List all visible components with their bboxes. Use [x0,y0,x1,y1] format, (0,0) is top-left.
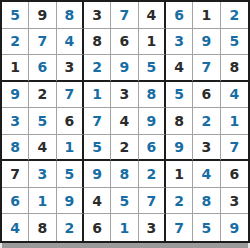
cell-r6c6[interactable]: 6 [139,135,166,162]
cell-r5c4[interactable]: 7 [84,108,111,135]
cell-r4c7[interactable]: 5 [166,82,193,109]
cell-r5c9[interactable]: 1 [221,108,248,135]
cell-r2c7[interactable]: 3 [166,29,193,56]
cell-r5c3[interactable]: 6 [57,108,84,135]
cell-r6c5[interactable]: 2 [111,135,138,162]
cell-r6c8[interactable]: 3 [193,135,220,162]
cell-r1c9[interactable]: 2 [221,2,248,29]
cell-r5c1[interactable]: 3 [2,108,29,135]
cell-r7c8[interactable]: 4 [193,161,220,188]
cell-r4c4[interactable]: 1 [84,82,111,109]
cell-r7c2[interactable]: 3 [29,161,56,188]
cell-r3c3[interactable]: 3 [57,55,84,82]
cell-r4c1[interactable]: 9 [2,82,29,109]
sudoku-app: 5983746122748613951632954789271385643567… [0,0,250,248]
cell-r9c8[interactable]: 5 [193,214,220,241]
cell-r2c5[interactable]: 6 [111,29,138,56]
cell-r4c6[interactable]: 8 [139,82,166,109]
sudoku-board: 5983746122748613951632954789271385643567… [0,0,250,243]
cell-r4c9[interactable]: 4 [221,82,248,109]
cell-r7c5[interactable]: 8 [111,161,138,188]
cell-r3c6[interactable]: 5 [139,55,166,82]
cell-r6c9[interactable]: 7 [221,135,248,162]
cell-r2c6[interactable]: 1 [139,29,166,56]
cell-r8c9[interactable]: 3 [221,188,248,215]
cell-r1c8[interactable]: 1 [193,2,220,29]
cell-r3c5[interactable]: 9 [111,55,138,82]
cell-r1c1[interactable]: 5 [2,2,29,29]
cell-r7c3[interactable]: 5 [57,161,84,188]
cell-r3c4[interactable]: 2 [84,55,111,82]
cell-r6c2[interactable]: 4 [29,135,56,162]
cell-r6c7[interactable]: 9 [166,135,193,162]
cell-r1c5[interactable]: 7 [111,2,138,29]
cell-r2c2[interactable]: 7 [29,29,56,56]
cell-r8c1[interactable]: 6 [2,188,29,215]
cell-r8c8[interactable]: 8 [193,188,220,215]
cell-r9c1[interactable]: 4 [2,214,29,241]
cell-r1c7[interactable]: 6 [166,2,193,29]
cell-r8c7[interactable]: 2 [166,188,193,215]
cell-r3c2[interactable]: 6 [29,55,56,82]
cell-r6c1[interactable]: 8 [2,135,29,162]
cell-r8c2[interactable]: 1 [29,188,56,215]
board-bottom-shadow [0,243,250,248]
cell-r7c7[interactable]: 1 [166,161,193,188]
cell-r4c2[interactable]: 2 [29,82,56,109]
cell-r2c8[interactable]: 9 [193,29,220,56]
cell-r6c3[interactable]: 1 [57,135,84,162]
cell-r5c8[interactable]: 2 [193,108,220,135]
cell-r9c9[interactable]: 9 [221,214,248,241]
cell-r9c6[interactable]: 3 [139,214,166,241]
cell-r1c6[interactable]: 4 [139,2,166,29]
cell-r9c7[interactable]: 7 [166,214,193,241]
cell-r2c4[interactable]: 8 [84,29,111,56]
cell-r1c4[interactable]: 3 [84,2,111,29]
cell-r4c5[interactable]: 3 [111,82,138,109]
cell-r7c4[interactable]: 9 [84,161,111,188]
cell-r7c9[interactable]: 6 [221,161,248,188]
cell-r2c3[interactable]: 4 [57,29,84,56]
cell-r2c1[interactable]: 2 [2,29,29,56]
cell-r7c1[interactable]: 7 [2,161,29,188]
cell-r3c1[interactable]: 1 [2,55,29,82]
cell-r8c4[interactable]: 4 [84,188,111,215]
cell-r6c4[interactable]: 5 [84,135,111,162]
cell-r5c7[interactable]: 8 [166,108,193,135]
cell-r4c8[interactable]: 6 [193,82,220,109]
cell-r5c5[interactable]: 4 [111,108,138,135]
cell-r9c4[interactable]: 6 [84,214,111,241]
cell-r8c5[interactable]: 5 [111,188,138,215]
cell-r2c9[interactable]: 5 [221,29,248,56]
cell-r3c9[interactable]: 8 [221,55,248,82]
cell-r4c3[interactable]: 7 [57,82,84,109]
cell-r3c7[interactable]: 4 [166,55,193,82]
cell-r1c3[interactable]: 8 [57,2,84,29]
cell-r5c2[interactable]: 5 [29,108,56,135]
cell-r1c2[interactable]: 9 [29,2,56,29]
cell-r9c5[interactable]: 1 [111,214,138,241]
cell-r3c8[interactable]: 7 [193,55,220,82]
cell-r9c3[interactable]: 2 [57,214,84,241]
cell-r5c6[interactable]: 9 [139,108,166,135]
cell-r9c2[interactable]: 8 [29,214,56,241]
cell-r7c6[interactable]: 2 [139,161,166,188]
cell-r8c3[interactable]: 9 [57,188,84,215]
cell-r8c6[interactable]: 7 [139,188,166,215]
